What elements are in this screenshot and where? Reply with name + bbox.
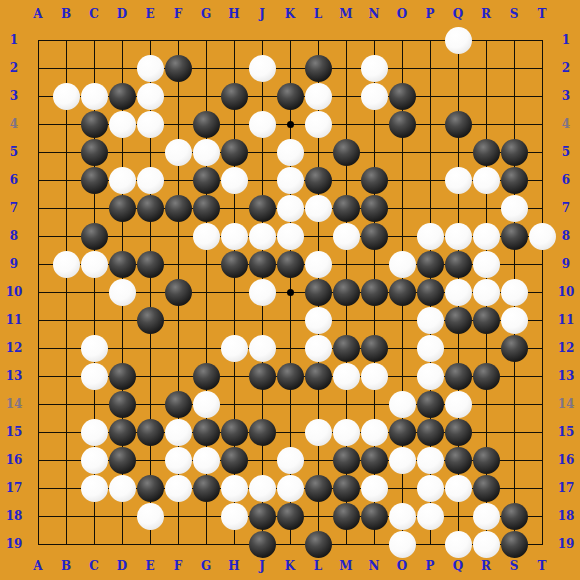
black-stone-C6 (81, 167, 108, 194)
black-stone-K13 (277, 363, 304, 390)
row-label-left-12: 12 (6, 342, 23, 354)
white-stone-E2 (137, 55, 164, 82)
black-stone-M7 (333, 195, 360, 222)
black-stone-L17 (305, 475, 332, 502)
col-label-bottom-D: D (117, 560, 127, 572)
black-stone-H15 (221, 419, 248, 446)
white-stone-C15 (81, 419, 108, 446)
black-stone-O10 (389, 279, 416, 306)
white-stone-J2 (249, 55, 276, 82)
black-stone-S18 (501, 503, 528, 530)
white-stone-S7 (501, 195, 528, 222)
white-stone-B9 (53, 251, 80, 278)
col-label-bottom-N: N (369, 560, 380, 572)
black-stone-N7 (361, 195, 388, 222)
col-label-top-B: B (61, 8, 71, 20)
black-stone-G13 (193, 363, 220, 390)
col-label-bottom-R: R (481, 560, 491, 572)
white-stone-E3 (137, 83, 164, 110)
black-stone-H16 (221, 447, 248, 474)
black-stone-S6 (501, 167, 528, 194)
black-stone-P14 (417, 391, 444, 418)
row-label-right-14: 14 (558, 398, 575, 410)
white-stone-L3 (305, 83, 332, 110)
white-stone-R8 (473, 223, 500, 250)
row-label-left-19: 19 (6, 538, 23, 550)
white-stone-R18 (473, 503, 500, 530)
col-label-top-J: J (259, 8, 265, 20)
black-stone-R17 (473, 475, 500, 502)
black-stone-J13 (249, 363, 276, 390)
black-stone-M10 (333, 279, 360, 306)
black-stone-J9 (249, 251, 276, 278)
black-stone-S12 (501, 335, 528, 362)
black-stone-M5 (333, 139, 360, 166)
row-label-left-10: 10 (6, 286, 23, 298)
white-stone-N17 (361, 475, 388, 502)
row-label-right-6: 6 (562, 174, 570, 186)
black-stone-R16 (473, 447, 500, 474)
white-stone-Q1 (445, 27, 472, 54)
row-label-left-6: 6 (10, 174, 18, 186)
black-stone-M17 (333, 475, 360, 502)
white-stone-J12 (249, 335, 276, 362)
white-stone-D10 (109, 279, 136, 306)
white-stone-Q17 (445, 475, 472, 502)
col-label-bottom-C: C (89, 560, 99, 572)
white-stone-J10 (249, 279, 276, 306)
col-label-bottom-S: S (510, 560, 519, 572)
col-label-top-L: L (314, 8, 322, 20)
white-stone-O19 (389, 531, 416, 558)
white-stone-H18 (221, 503, 248, 530)
white-stone-N2 (361, 55, 388, 82)
white-stone-O9 (389, 251, 416, 278)
black-stone-R11 (473, 307, 500, 334)
white-stone-P18 (417, 503, 444, 530)
black-stone-H5 (221, 139, 248, 166)
white-stone-P11 (417, 307, 444, 334)
row-label-right-15: 15 (558, 426, 575, 438)
black-stone-C5 (81, 139, 108, 166)
row-label-right-1: 1 (562, 34, 570, 46)
black-stone-L19 (305, 531, 332, 558)
black-stone-O15 (389, 419, 416, 446)
white-stone-T8 (529, 223, 556, 250)
white-stone-J4 (249, 111, 276, 138)
col-label-top-F: F (174, 8, 183, 20)
white-stone-S11 (501, 307, 528, 334)
white-stone-Q8 (445, 223, 472, 250)
row-label-left-14: 14 (6, 398, 23, 410)
col-label-top-M: M (339, 8, 352, 20)
white-stone-G8 (193, 223, 220, 250)
row-label-left-7: 7 (10, 202, 18, 214)
col-label-bottom-E: E (145, 560, 154, 572)
black-stone-Q9 (445, 251, 472, 278)
black-stone-E9 (137, 251, 164, 278)
black-stone-P9 (417, 251, 444, 278)
black-stone-D9 (109, 251, 136, 278)
black-stone-L2 (305, 55, 332, 82)
row-label-left-16: 16 (6, 454, 23, 466)
row-label-right-9: 9 (562, 258, 570, 270)
row-label-left-8: 8 (10, 230, 18, 242)
black-stone-E7 (137, 195, 164, 222)
black-stone-Q4 (445, 111, 472, 138)
col-label-top-R: R (481, 8, 491, 20)
white-stone-C16 (81, 447, 108, 474)
col-label-top-N: N (369, 8, 380, 20)
go-board-app: AABBCCDDEEFFGGHHJJKKLLMMNNOOPPQQRRSSTT11… (0, 0, 580, 580)
col-label-bottom-T: T (538, 560, 547, 572)
col-label-bottom-Q: Q (453, 560, 463, 572)
black-stone-D14 (109, 391, 136, 418)
white-stone-P17 (417, 475, 444, 502)
white-stone-F5 (165, 139, 192, 166)
col-label-top-D: D (117, 8, 127, 20)
col-label-top-C: C (89, 8, 99, 20)
white-stone-K6 (277, 167, 304, 194)
white-stone-J8 (249, 223, 276, 250)
row-label-left-18: 18 (6, 510, 23, 522)
black-stone-N12 (361, 335, 388, 362)
black-stone-G15 (193, 419, 220, 446)
row-label-left-4: 4 (10, 118, 18, 130)
black-stone-L6 (305, 167, 332, 194)
black-stone-Q13 (445, 363, 472, 390)
black-stone-F14 (165, 391, 192, 418)
white-stone-R9 (473, 251, 500, 278)
black-stone-E17 (137, 475, 164, 502)
star-point-K4 (287, 121, 294, 128)
row-label-right-19: 19 (558, 538, 575, 550)
black-stone-J15 (249, 419, 276, 446)
white-stone-Q6 (445, 167, 472, 194)
col-label-bottom-L: L (314, 560, 322, 572)
col-label-bottom-J: J (259, 560, 265, 572)
row-label-left-13: 13 (6, 370, 23, 382)
black-stone-N8 (361, 223, 388, 250)
black-stone-Q16 (445, 447, 472, 474)
white-stone-C17 (81, 475, 108, 502)
col-label-top-E: E (145, 8, 154, 20)
white-stone-L15 (305, 419, 332, 446)
black-stone-F7 (165, 195, 192, 222)
white-stone-J17 (249, 475, 276, 502)
white-stone-M15 (333, 419, 360, 446)
row-label-right-17: 17 (558, 482, 575, 494)
col-label-bottom-A: A (33, 560, 42, 572)
col-label-top-K: K (285, 8, 295, 20)
white-stone-O18 (389, 503, 416, 530)
row-label-left-17: 17 (6, 482, 23, 494)
col-label-top-P: P (425, 8, 434, 20)
white-stone-P13 (417, 363, 444, 390)
white-stone-K17 (277, 475, 304, 502)
row-label-right-18: 18 (558, 510, 575, 522)
black-stone-D3 (109, 83, 136, 110)
white-stone-R6 (473, 167, 500, 194)
row-label-right-4: 4 (562, 118, 570, 130)
black-stone-Q11 (445, 307, 472, 334)
black-stone-C4 (81, 111, 108, 138)
black-stone-E15 (137, 419, 164, 446)
row-label-right-3: 3 (562, 90, 570, 102)
row-label-left-9: 9 (10, 258, 18, 270)
white-stone-K8 (277, 223, 304, 250)
black-stone-P10 (417, 279, 444, 306)
black-stone-J7 (249, 195, 276, 222)
black-stone-P15 (417, 419, 444, 446)
black-stone-N10 (361, 279, 388, 306)
white-stone-Q19 (445, 531, 472, 558)
black-stone-G17 (193, 475, 220, 502)
white-stone-N3 (361, 83, 388, 110)
white-stone-D6 (109, 167, 136, 194)
white-stone-G14 (193, 391, 220, 418)
black-stone-K9 (277, 251, 304, 278)
white-stone-P12 (417, 335, 444, 362)
black-stone-Q15 (445, 419, 472, 446)
col-label-bottom-G: G (201, 560, 211, 572)
white-stone-R19 (473, 531, 500, 558)
col-label-top-H: H (228, 8, 239, 20)
black-stone-H3 (221, 83, 248, 110)
black-stone-G4 (193, 111, 220, 138)
black-stone-E11 (137, 307, 164, 334)
white-stone-L7 (305, 195, 332, 222)
white-stone-M13 (333, 363, 360, 390)
black-stone-F2 (165, 55, 192, 82)
row-label-left-2: 2 (10, 62, 18, 74)
black-stone-S8 (501, 223, 528, 250)
white-stone-C12 (81, 335, 108, 362)
black-stone-L10 (305, 279, 332, 306)
black-stone-K18 (277, 503, 304, 530)
black-stone-R5 (473, 139, 500, 166)
white-stone-R10 (473, 279, 500, 306)
col-label-top-O: O (397, 8, 407, 20)
row-label-right-2: 2 (562, 62, 570, 74)
white-stone-L9 (305, 251, 332, 278)
white-stone-L4 (305, 111, 332, 138)
white-stone-B3 (53, 83, 80, 110)
white-stone-H6 (221, 167, 248, 194)
row-label-left-11: 11 (6, 314, 23, 326)
black-stone-M18 (333, 503, 360, 530)
row-label-left-15: 15 (6, 426, 23, 438)
row-label-right-13: 13 (558, 370, 575, 382)
white-stone-K5 (277, 139, 304, 166)
white-stone-F16 (165, 447, 192, 474)
black-stone-F10 (165, 279, 192, 306)
white-stone-E6 (137, 167, 164, 194)
black-stone-O3 (389, 83, 416, 110)
col-label-bottom-F: F (174, 560, 183, 572)
white-stone-L11 (305, 307, 332, 334)
white-stone-H12 (221, 335, 248, 362)
white-stone-G5 (193, 139, 220, 166)
black-stone-D15 (109, 419, 136, 446)
white-stone-C3 (81, 83, 108, 110)
row-label-right-5: 5 (562, 146, 570, 158)
white-stone-O16 (389, 447, 416, 474)
row-label-right-10: 10 (558, 286, 575, 298)
black-stone-J19 (249, 531, 276, 558)
white-stone-E18 (137, 503, 164, 530)
black-stone-M12 (333, 335, 360, 362)
black-stone-N16 (361, 447, 388, 474)
white-stone-M8 (333, 223, 360, 250)
col-label-bottom-B: B (61, 560, 71, 572)
col-label-top-G: G (201, 8, 211, 20)
row-label-right-12: 12 (558, 342, 575, 354)
row-label-right-11: 11 (558, 314, 575, 326)
col-label-top-T: T (538, 8, 547, 20)
black-stone-M16 (333, 447, 360, 474)
white-stone-C9 (81, 251, 108, 278)
black-stone-O4 (389, 111, 416, 138)
black-stone-D7 (109, 195, 136, 222)
col-label-top-A: A (33, 8, 42, 20)
black-stone-D13 (109, 363, 136, 390)
black-stone-J18 (249, 503, 276, 530)
white-stone-N15 (361, 419, 388, 446)
col-label-bottom-O: O (397, 560, 407, 572)
white-stone-H8 (221, 223, 248, 250)
white-stone-K7 (277, 195, 304, 222)
star-point-K10 (287, 289, 294, 296)
white-stone-G16 (193, 447, 220, 474)
black-stone-G7 (193, 195, 220, 222)
white-stone-O14 (389, 391, 416, 418)
black-stone-L13 (305, 363, 332, 390)
black-stone-N6 (361, 167, 388, 194)
col-label-top-Q: Q (453, 8, 463, 20)
white-stone-P16 (417, 447, 444, 474)
row-label-right-8: 8 (562, 230, 570, 242)
white-stone-L12 (305, 335, 332, 362)
col-label-bottom-H: H (228, 560, 239, 572)
row-label-left-5: 5 (10, 146, 18, 158)
white-stone-Q14 (445, 391, 472, 418)
black-stone-S5 (501, 139, 528, 166)
black-stone-S19 (501, 531, 528, 558)
black-stone-G6 (193, 167, 220, 194)
row-label-left-3: 3 (10, 90, 18, 102)
black-stone-D16 (109, 447, 136, 474)
white-stone-H17 (221, 475, 248, 502)
black-stone-N18 (361, 503, 388, 530)
white-stone-P8 (417, 223, 444, 250)
white-stone-F17 (165, 475, 192, 502)
col-label-bottom-P: P (425, 560, 434, 572)
white-stone-N13 (361, 363, 388, 390)
col-label-top-S: S (510, 8, 519, 20)
white-stone-D4 (109, 111, 136, 138)
white-stone-C13 (81, 363, 108, 390)
row-label-left-1: 1 (10, 34, 18, 46)
black-stone-K3 (277, 83, 304, 110)
white-stone-Q10 (445, 279, 472, 306)
row-label-right-7: 7 (562, 202, 570, 214)
white-stone-F15 (165, 419, 192, 446)
white-stone-E4 (137, 111, 164, 138)
white-stone-D17 (109, 475, 136, 502)
black-stone-R13 (473, 363, 500, 390)
row-label-right-16: 16 (558, 454, 575, 466)
col-label-bottom-K: K (285, 560, 295, 572)
black-stone-H9 (221, 251, 248, 278)
black-stone-C8 (81, 223, 108, 250)
white-stone-S10 (501, 279, 528, 306)
col-label-bottom-M: M (339, 560, 352, 572)
white-stone-K16 (277, 447, 304, 474)
